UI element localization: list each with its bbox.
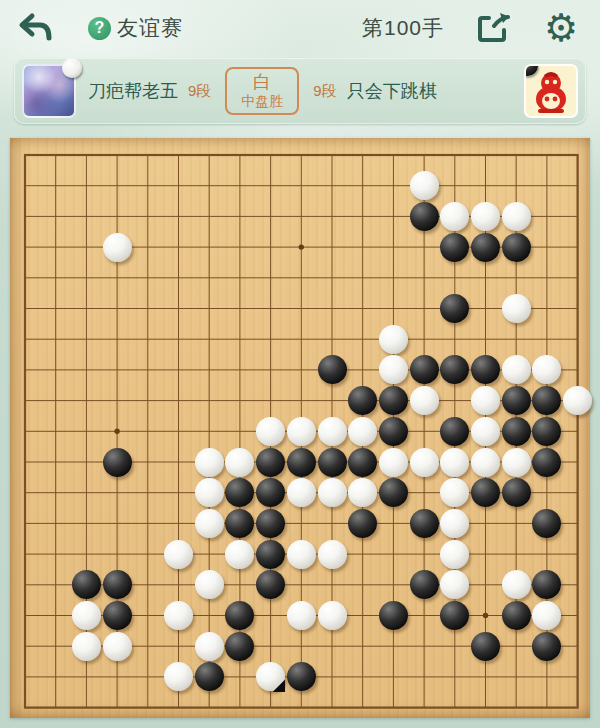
back-button[interactable] (16, 9, 54, 47)
stone-white (195, 570, 224, 599)
stone-white (195, 632, 224, 661)
stone-black (103, 601, 132, 630)
last-move-marker (272, 679, 285, 692)
stone-black (440, 233, 469, 262)
stone-black (379, 386, 408, 415)
stone-white (256, 662, 285, 691)
go-board[interactable] (10, 138, 590, 718)
stone-black (410, 355, 439, 384)
gear-icon: ⚙ (544, 8, 578, 48)
right-avatar-mascot (526, 102, 576, 118)
stone-white (103, 233, 132, 262)
share-icon (476, 10, 512, 47)
right-player-rank: 9段 (313, 82, 336, 101)
stone-white (471, 202, 500, 231)
share-button[interactable] (474, 8, 514, 48)
stone-black (256, 540, 285, 569)
right-player-name: 只会下跳棋 (347, 79, 437, 103)
stone-black (410, 570, 439, 599)
stone-white (195, 478, 224, 507)
stone-white (164, 601, 193, 630)
stone-black (502, 386, 531, 415)
stone-white (440, 540, 469, 569)
stone-black (318, 355, 347, 384)
stone-black (532, 632, 561, 661)
stone-white (440, 448, 469, 477)
app-screen: ? 友谊赛 第100手 ⚙ 刀疤帮老五 9段 白 中盘胜 9段 (0, 0, 600, 728)
stone-white (72, 601, 101, 630)
stone-white (287, 417, 316, 446)
stone-white (256, 417, 285, 446)
left-player-rank: 9段 (188, 82, 211, 101)
stone-black (471, 478, 500, 507)
stone-black (471, 233, 500, 262)
help-icon[interactable]: ? (88, 17, 111, 40)
stone-white (225, 448, 254, 477)
stone-white (195, 509, 224, 538)
stone-white (502, 448, 531, 477)
stone-black (318, 448, 347, 477)
game-result-box: 白 中盘胜 (225, 67, 299, 115)
stone-black (287, 448, 316, 477)
player-bar: 刀疤帮老五 9段 白 中盘胜 9段 只会下跳棋 (14, 58, 586, 124)
stone-black (440, 417, 469, 446)
stone-black (532, 417, 561, 446)
stone-black (410, 509, 439, 538)
stone-white (103, 632, 132, 661)
stone-black (532, 448, 561, 477)
stone-white (502, 355, 531, 384)
stone-white (471, 448, 500, 477)
stone-white (502, 570, 531, 599)
stone-black (502, 233, 531, 262)
left-player-avatar[interactable] (22, 64, 76, 118)
stone-white (379, 448, 408, 477)
stone-white (318, 540, 347, 569)
stone-black (72, 570, 101, 599)
stone-white (287, 478, 316, 507)
stone-black (471, 632, 500, 661)
result-winner: 白 (241, 72, 283, 92)
left-player-name: 刀疤帮老五 (88, 79, 178, 103)
stone-white (471, 386, 500, 415)
stone-white (502, 294, 531, 323)
stone-black (410, 202, 439, 231)
stone-white (318, 417, 347, 446)
stone-black (502, 478, 531, 507)
stone-white (287, 601, 316, 630)
white-stone-indicator (62, 58, 82, 78)
settings-button[interactable]: ⚙ (540, 7, 582, 49)
stone-black (195, 662, 224, 691)
stone-white (563, 386, 592, 415)
stone-white (318, 601, 347, 630)
match-title-group: ? 友谊赛 (88, 14, 183, 42)
stone-white (410, 448, 439, 477)
stone-white (195, 448, 224, 477)
stone-white (164, 540, 193, 569)
stone-white (410, 171, 439, 200)
stone-white (72, 632, 101, 661)
right-player-avatar[interactable] (524, 64, 578, 118)
stone-white (471, 417, 500, 446)
header-bar: ? 友谊赛 第100手 ⚙ (0, 0, 600, 56)
stone-black (103, 448, 132, 477)
stone-white (440, 202, 469, 231)
stone-black (502, 601, 531, 630)
stone-black (287, 662, 316, 691)
stone-white (502, 202, 531, 231)
result-method: 中盘胜 (241, 92, 283, 110)
stone-black (379, 601, 408, 630)
stone-white (318, 478, 347, 507)
stone-white (379, 325, 408, 354)
stone-white (348, 417, 377, 446)
stone-white (287, 540, 316, 569)
stone-black (502, 417, 531, 446)
stone-black (379, 417, 408, 446)
match-title: 友谊赛 (117, 14, 183, 42)
stone-white (440, 509, 469, 538)
stone-white (410, 386, 439, 415)
move-counter: 第100手 (362, 14, 444, 42)
stone-black (225, 632, 254, 661)
stone-black (256, 509, 285, 538)
back-arrow-icon (18, 12, 52, 45)
stone-black (256, 448, 285, 477)
stone-black (379, 478, 408, 507)
stone-black (103, 570, 132, 599)
stone-black (348, 448, 377, 477)
stone-white (225, 540, 254, 569)
stone-black (348, 509, 377, 538)
